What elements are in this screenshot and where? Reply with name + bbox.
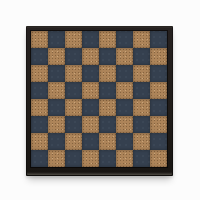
square-c1[interactable] — [65, 150, 82, 167]
product-photo-background — [0, 0, 200, 200]
square-f2[interactable] — [116, 133, 133, 150]
square-c3[interactable] — [65, 116, 82, 133]
square-d2[interactable] — [82, 133, 99, 150]
square-e3[interactable] — [99, 116, 116, 133]
square-b2[interactable] — [48, 133, 65, 150]
square-e1[interactable] — [99, 150, 116, 167]
square-h6[interactable] — [150, 65, 167, 82]
square-g1[interactable] — [133, 150, 150, 167]
square-g6[interactable] — [133, 65, 150, 82]
square-e4[interactable] — [99, 99, 116, 116]
square-a5[interactable] — [31, 82, 48, 99]
square-e2[interactable] — [99, 133, 116, 150]
square-a6[interactable] — [31, 65, 48, 82]
square-g2[interactable] — [133, 133, 150, 150]
square-h2[interactable] — [150, 133, 167, 150]
square-b1[interactable] — [48, 150, 65, 167]
square-f4[interactable] — [116, 99, 133, 116]
square-c2[interactable] — [65, 133, 82, 150]
square-f8[interactable] — [116, 31, 133, 48]
square-g3[interactable] — [133, 116, 150, 133]
square-h5[interactable] — [150, 82, 167, 99]
square-e7[interactable] — [99, 48, 116, 65]
checkerboard-frame — [26, 26, 173, 176]
square-c5[interactable] — [65, 82, 82, 99]
square-a3[interactable] — [31, 116, 48, 133]
square-b7[interactable] — [48, 48, 65, 65]
square-e5[interactable] — [99, 82, 116, 99]
square-g5[interactable] — [133, 82, 150, 99]
square-a8[interactable] — [31, 31, 48, 48]
square-a2[interactable] — [31, 133, 48, 150]
square-d1[interactable] — [82, 150, 99, 167]
square-c6[interactable] — [65, 65, 82, 82]
square-d8[interactable] — [82, 31, 99, 48]
square-d5[interactable] — [82, 82, 99, 99]
square-b4[interactable] — [48, 99, 65, 116]
square-f1[interactable] — [116, 150, 133, 167]
square-f6[interactable] — [116, 65, 133, 82]
square-h1[interactable] — [150, 150, 167, 167]
square-f5[interactable] — [116, 82, 133, 99]
checkerboard — [31, 31, 167, 167]
square-h3[interactable] — [150, 116, 167, 133]
square-b3[interactable] — [48, 116, 65, 133]
square-e8[interactable] — [99, 31, 116, 48]
square-d7[interactable] — [82, 48, 99, 65]
square-e6[interactable] — [99, 65, 116, 82]
square-f7[interactable] — [116, 48, 133, 65]
square-h8[interactable] — [150, 31, 167, 48]
square-g4[interactable] — [133, 99, 150, 116]
square-b8[interactable] — [48, 31, 65, 48]
square-d4[interactable] — [82, 99, 99, 116]
square-a1[interactable] — [31, 150, 48, 167]
square-d6[interactable] — [82, 65, 99, 82]
square-a4[interactable] — [31, 99, 48, 116]
square-b5[interactable] — [48, 82, 65, 99]
square-g7[interactable] — [133, 48, 150, 65]
square-c7[interactable] — [65, 48, 82, 65]
square-f3[interactable] — [116, 116, 133, 133]
square-d3[interactable] — [82, 116, 99, 133]
square-h7[interactable] — [150, 48, 167, 65]
frame-bottom-edge — [27, 172, 172, 175]
square-h4[interactable] — [150, 99, 167, 116]
square-c4[interactable] — [65, 99, 82, 116]
square-g8[interactable] — [133, 31, 150, 48]
square-a7[interactable] — [31, 48, 48, 65]
square-c8[interactable] — [65, 31, 82, 48]
square-b6[interactable] — [48, 65, 65, 82]
